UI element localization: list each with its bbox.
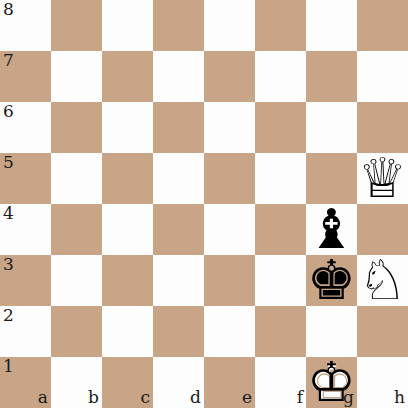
file-label-e: e bbox=[242, 389, 252, 406]
square-g6[interactable] bbox=[306, 102, 357, 153]
king-outline-glyph: ♔ bbox=[307, 355, 356, 408]
piece-white-knight[interactable]: ♞♘ bbox=[357, 255, 408, 306]
square-a2[interactable]: 2 bbox=[0, 306, 51, 357]
square-f7[interactable] bbox=[255, 51, 306, 102]
square-e2[interactable] bbox=[204, 306, 255, 357]
square-f3[interactable] bbox=[255, 255, 306, 306]
rank-label-2: 2 bbox=[3, 307, 14, 324]
square-d2[interactable] bbox=[153, 306, 204, 357]
square-e7[interactable] bbox=[204, 51, 255, 102]
rank-label-3: 3 bbox=[3, 256, 14, 273]
square-h1[interactable]: h bbox=[357, 357, 408, 408]
rank-label-5: 5 bbox=[3, 154, 14, 171]
chess-board: 8765♛♕4♝3♚♞♘21abcdefg♚♔h bbox=[0, 0, 408, 408]
square-e4[interactable] bbox=[204, 204, 255, 255]
file-label-a: a bbox=[38, 389, 48, 406]
chess-board-wrap: 8765♛♕4♝3♚♞♘21abcdefg♚♔h bbox=[0, 0, 408, 408]
square-d5[interactable] bbox=[153, 153, 204, 204]
square-e5[interactable] bbox=[204, 153, 255, 204]
square-d1[interactable]: d bbox=[153, 357, 204, 408]
square-c1[interactable]: c bbox=[102, 357, 153, 408]
square-d8[interactable] bbox=[153, 0, 204, 51]
square-a3[interactable]: 3 bbox=[0, 255, 51, 306]
file-label-b: b bbox=[88, 389, 99, 406]
square-g7[interactable] bbox=[306, 51, 357, 102]
square-g3[interactable]: ♚ bbox=[306, 255, 357, 306]
square-c8[interactable] bbox=[102, 0, 153, 51]
square-c3[interactable] bbox=[102, 255, 153, 306]
square-h5[interactable]: ♛♕ bbox=[357, 153, 408, 204]
square-h3[interactable]: ♞♘ bbox=[357, 255, 408, 306]
square-f6[interactable] bbox=[255, 102, 306, 153]
square-f2[interactable] bbox=[255, 306, 306, 357]
square-b3[interactable] bbox=[51, 255, 102, 306]
square-f5[interactable] bbox=[255, 153, 306, 204]
square-a4[interactable]: 4 bbox=[0, 204, 51, 255]
rank-label-6: 6 bbox=[3, 103, 14, 120]
square-c4[interactable] bbox=[102, 204, 153, 255]
square-f1[interactable]: f bbox=[255, 357, 306, 408]
piece-black-king[interactable]: ♚ bbox=[306, 255, 357, 306]
square-d3[interactable] bbox=[153, 255, 204, 306]
square-b4[interactable] bbox=[51, 204, 102, 255]
square-b7[interactable] bbox=[51, 51, 102, 102]
square-e8[interactable] bbox=[204, 0, 255, 51]
square-a5[interactable]: 5 bbox=[0, 153, 51, 204]
square-c6[interactable] bbox=[102, 102, 153, 153]
square-b1[interactable]: b bbox=[51, 357, 102, 408]
knight-outline-glyph: ♘ bbox=[358, 253, 407, 308]
square-b8[interactable] bbox=[51, 0, 102, 51]
square-c7[interactable] bbox=[102, 51, 153, 102]
rank-label-4: 4 bbox=[3, 205, 14, 222]
square-d4[interactable] bbox=[153, 204, 204, 255]
square-e1[interactable]: e bbox=[204, 357, 255, 408]
square-e6[interactable] bbox=[204, 102, 255, 153]
square-a8[interactable]: 8 bbox=[0, 0, 51, 51]
file-label-h: h bbox=[394, 389, 405, 406]
square-h7[interactable] bbox=[357, 51, 408, 102]
queen-outline-glyph: ♕ bbox=[358, 151, 407, 206]
square-a1[interactable]: 1a bbox=[0, 357, 51, 408]
square-d6[interactable] bbox=[153, 102, 204, 153]
square-b6[interactable] bbox=[51, 102, 102, 153]
square-g8[interactable] bbox=[306, 0, 357, 51]
file-label-c: c bbox=[140, 389, 150, 406]
square-g1[interactable]: g♚♔ bbox=[306, 357, 357, 408]
file-label-d: d bbox=[190, 389, 201, 406]
square-e3[interactable] bbox=[204, 255, 255, 306]
square-h8[interactable] bbox=[357, 0, 408, 51]
rank-label-8: 8 bbox=[3, 1, 14, 18]
square-b2[interactable] bbox=[51, 306, 102, 357]
square-f8[interactable] bbox=[255, 0, 306, 51]
square-c2[interactable] bbox=[102, 306, 153, 357]
square-b5[interactable] bbox=[51, 153, 102, 204]
rank-label-1: 1 bbox=[3, 358, 14, 375]
square-f4[interactable] bbox=[255, 204, 306, 255]
square-a6[interactable]: 6 bbox=[0, 102, 51, 153]
square-h2[interactable] bbox=[357, 306, 408, 357]
piece-white-king[interactable]: ♚♔ bbox=[306, 357, 357, 408]
square-c5[interactable] bbox=[102, 153, 153, 204]
file-label-f: f bbox=[297, 389, 303, 406]
square-d7[interactable] bbox=[153, 51, 204, 102]
square-a7[interactable]: 7 bbox=[0, 51, 51, 102]
piece-white-queen[interactable]: ♛♕ bbox=[357, 153, 408, 204]
rank-label-7: 7 bbox=[3, 52, 14, 69]
